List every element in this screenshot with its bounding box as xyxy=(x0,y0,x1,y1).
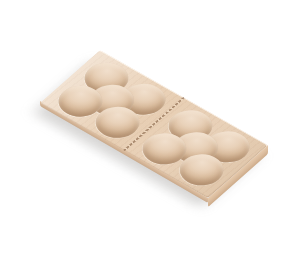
product-photo-scene xyxy=(0,0,300,268)
